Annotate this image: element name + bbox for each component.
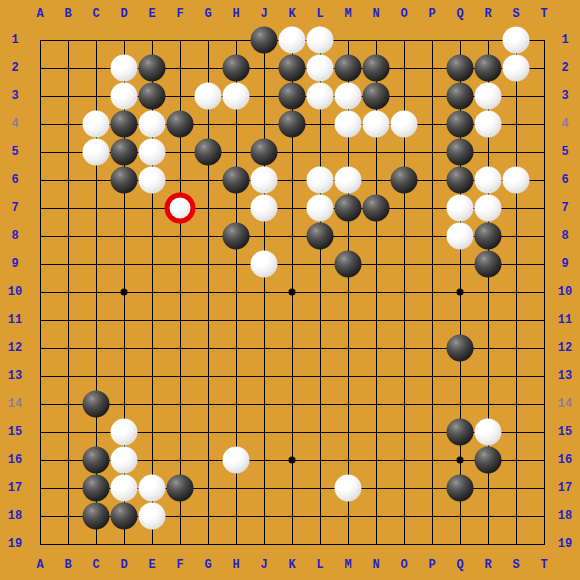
white-stone-G3: [195, 83, 222, 110]
white-stone-J6: [251, 167, 278, 194]
black-stone-C16: [83, 447, 110, 474]
white-stone-D17: [111, 475, 138, 502]
col-label-top-O: O: [400, 7, 407, 21]
col-label-bottom-C: C: [92, 558, 99, 572]
white-stone-M4: [335, 111, 362, 138]
row-label-left-8: 8: [11, 229, 18, 243]
white-stone-L7: [307, 195, 334, 222]
col-label-top-N: N: [372, 7, 379, 21]
row-label-right-15: 15: [558, 425, 572, 439]
col-label-bottom-P: P: [428, 558, 435, 572]
row-label-right-9: 9: [561, 257, 568, 271]
row-label-right-18: 18: [558, 509, 572, 523]
black-stone-H6: [223, 167, 250, 194]
row-label-left-2: 2: [11, 61, 18, 75]
white-stone-Q7: [447, 195, 474, 222]
black-stone-M7: [335, 195, 362, 222]
col-label-bottom-B: B: [64, 558, 71, 572]
star-point-K16: [289, 457, 296, 464]
row-label-right-13: 13: [558, 369, 572, 383]
white-stone-D2: [111, 55, 138, 82]
black-stone-R8: [475, 223, 502, 250]
white-stone-K1: [279, 27, 306, 54]
white-stone-E6: [139, 167, 166, 194]
row-label-right-6: 6: [561, 173, 568, 187]
col-label-bottom-K: K: [288, 558, 295, 572]
black-stone-J1: [251, 27, 278, 54]
col-label-bottom-M: M: [344, 558, 351, 572]
row-label-left-10: 10: [8, 285, 22, 299]
col-label-bottom-J: J: [260, 558, 267, 572]
black-stone-G5: [195, 139, 222, 166]
star-point-Q10: [457, 289, 464, 296]
star-point-K10: [289, 289, 296, 296]
black-stone-C18: [83, 503, 110, 530]
row-label-right-10: 10: [558, 285, 572, 299]
row-label-left-4: 4: [11, 117, 18, 131]
col-label-top-B: B: [64, 7, 71, 21]
black-stone-E3: [139, 83, 166, 110]
black-stone-N2: [363, 55, 390, 82]
white-stone-F7: [167, 195, 194, 222]
col-label-top-E: E: [148, 7, 155, 21]
white-stone-H3: [223, 83, 250, 110]
row-label-right-2: 2: [561, 61, 568, 75]
col-label-top-M: M: [344, 7, 351, 21]
col-label-top-F: F: [176, 7, 183, 21]
white-stone-S1: [503, 27, 530, 54]
star-point-Q16: [457, 457, 464, 464]
black-stone-Q5: [447, 139, 474, 166]
white-stone-R3: [475, 83, 502, 110]
col-label-bottom-F: F: [176, 558, 183, 572]
white-stone-M3: [335, 83, 362, 110]
black-stone-D5: [111, 139, 138, 166]
black-stone-D4: [111, 111, 138, 138]
row-label-left-3: 3: [11, 89, 18, 103]
row-label-right-19: 19: [558, 537, 572, 551]
col-label-bottom-A: A: [36, 558, 43, 572]
row-label-left-18: 18: [8, 509, 22, 523]
col-label-bottom-E: E: [148, 558, 155, 572]
row-label-right-5: 5: [561, 145, 568, 159]
row-label-left-16: 16: [8, 453, 22, 467]
white-stone-H16: [223, 447, 250, 474]
row-label-right-4: 4: [561, 117, 568, 131]
row-label-left-13: 13: [8, 369, 22, 383]
col-label-top-G: G: [204, 7, 211, 21]
black-stone-C17: [83, 475, 110, 502]
row-label-right-12: 12: [558, 341, 572, 355]
black-stone-N3: [363, 83, 390, 110]
white-stone-L1: [307, 27, 334, 54]
col-label-bottom-T: T: [540, 558, 547, 572]
col-label-top-C: C: [92, 7, 99, 21]
row-label-right-11: 11: [558, 313, 572, 327]
black-stone-M2: [335, 55, 362, 82]
black-stone-R9: [475, 251, 502, 278]
last-move-marker: [165, 193, 196, 224]
black-stone-L8: [307, 223, 334, 250]
col-label-top-L: L: [316, 7, 323, 21]
black-stone-D6: [111, 167, 138, 194]
black-stone-Q12: [447, 335, 474, 362]
col-label-bottom-S: S: [512, 558, 519, 572]
row-label-left-9: 9: [11, 257, 18, 271]
col-label-top-A: A: [36, 7, 43, 21]
row-label-right-7: 7: [561, 201, 568, 215]
col-label-top-P: P: [428, 7, 435, 21]
col-label-bottom-L: L: [316, 558, 323, 572]
white-stone-L2: [307, 55, 334, 82]
white-stone-S6: [503, 167, 530, 194]
col-label-top-J: J: [260, 7, 267, 21]
row-label-right-3: 3: [561, 89, 568, 103]
row-label-left-11: 11: [8, 313, 22, 327]
black-stone-J5: [251, 139, 278, 166]
black-stone-Q17: [447, 475, 474, 502]
black-stone-F17: [167, 475, 194, 502]
black-stone-K4: [279, 111, 306, 138]
white-stone-E5: [139, 139, 166, 166]
row-label-right-1: 1: [561, 33, 568, 47]
black-stone-H2: [223, 55, 250, 82]
col-label-bottom-H: H: [232, 558, 239, 572]
black-stone-F4: [167, 111, 194, 138]
row-label-right-16: 16: [558, 453, 572, 467]
black-stone-Q3: [447, 83, 474, 110]
col-label-top-Q: Q: [456, 7, 463, 21]
col-label-bottom-Q: Q: [456, 558, 463, 572]
white-stone-M17: [335, 475, 362, 502]
black-stone-D18: [111, 503, 138, 530]
row-label-left-7: 7: [11, 201, 18, 215]
col-label-top-H: H: [232, 7, 239, 21]
col-label-top-T: T: [540, 7, 547, 21]
black-stone-C14: [83, 391, 110, 418]
white-stone-L6: [307, 167, 334, 194]
row-label-right-14: 14: [558, 397, 572, 411]
row-label-left-19: 19: [8, 537, 22, 551]
white-stone-R4: [475, 111, 502, 138]
col-label-bottom-N: N: [372, 558, 379, 572]
star-point-D10: [121, 289, 128, 296]
black-stone-H8: [223, 223, 250, 250]
row-label-left-5: 5: [11, 145, 18, 159]
go-board[interactable]: AABBCCDDEEFFGGHHJJKKLLMMNNOOPPQQRRSSTT11…: [0, 0, 580, 580]
white-stone-D15: [111, 419, 138, 446]
white-stone-R6: [475, 167, 502, 194]
row-label-left-1: 1: [11, 33, 18, 47]
black-stone-K2: [279, 55, 306, 82]
black-stone-Q4: [447, 111, 474, 138]
white-stone-N4: [363, 111, 390, 138]
white-stone-E17: [139, 475, 166, 502]
col-label-bottom-R: R: [484, 558, 491, 572]
white-stone-D3: [111, 83, 138, 110]
black-stone-Q6: [447, 167, 474, 194]
black-stone-N7: [363, 195, 390, 222]
row-label-left-6: 6: [11, 173, 18, 187]
row-label-left-15: 15: [8, 425, 22, 439]
col-label-bottom-O: O: [400, 558, 407, 572]
white-stone-Q8: [447, 223, 474, 250]
col-label-top-D: D: [120, 7, 127, 21]
black-stone-M9: [335, 251, 362, 278]
row-label-right-17: 17: [558, 481, 572, 495]
white-stone-C4: [83, 111, 110, 138]
row-label-left-17: 17: [8, 481, 22, 495]
row-label-right-8: 8: [561, 229, 568, 243]
white-stone-R7: [475, 195, 502, 222]
black-stone-R16: [475, 447, 502, 474]
col-label-top-R: R: [484, 7, 491, 21]
white-stone-E4: [139, 111, 166, 138]
row-label-left-12: 12: [8, 341, 22, 355]
white-stone-J9: [251, 251, 278, 278]
black-stone-O6: [391, 167, 418, 194]
white-stone-D16: [111, 447, 138, 474]
white-stone-J7: [251, 195, 278, 222]
white-stone-C5: [83, 139, 110, 166]
white-stone-E18: [139, 503, 166, 530]
black-stone-K3: [279, 83, 306, 110]
white-stone-L3: [307, 83, 334, 110]
col-label-top-S: S: [512, 7, 519, 21]
black-stone-Q2: [447, 55, 474, 82]
white-stone-O4: [391, 111, 418, 138]
black-stone-E2: [139, 55, 166, 82]
col-label-bottom-D: D: [120, 558, 127, 572]
black-stone-Q15: [447, 419, 474, 446]
row-label-left-14: 14: [8, 397, 22, 411]
white-stone-S2: [503, 55, 530, 82]
white-stone-M6: [335, 167, 362, 194]
col-label-bottom-G: G: [204, 558, 211, 572]
black-stone-R2: [475, 55, 502, 82]
col-label-top-K: K: [288, 7, 295, 21]
white-stone-R15: [475, 419, 502, 446]
